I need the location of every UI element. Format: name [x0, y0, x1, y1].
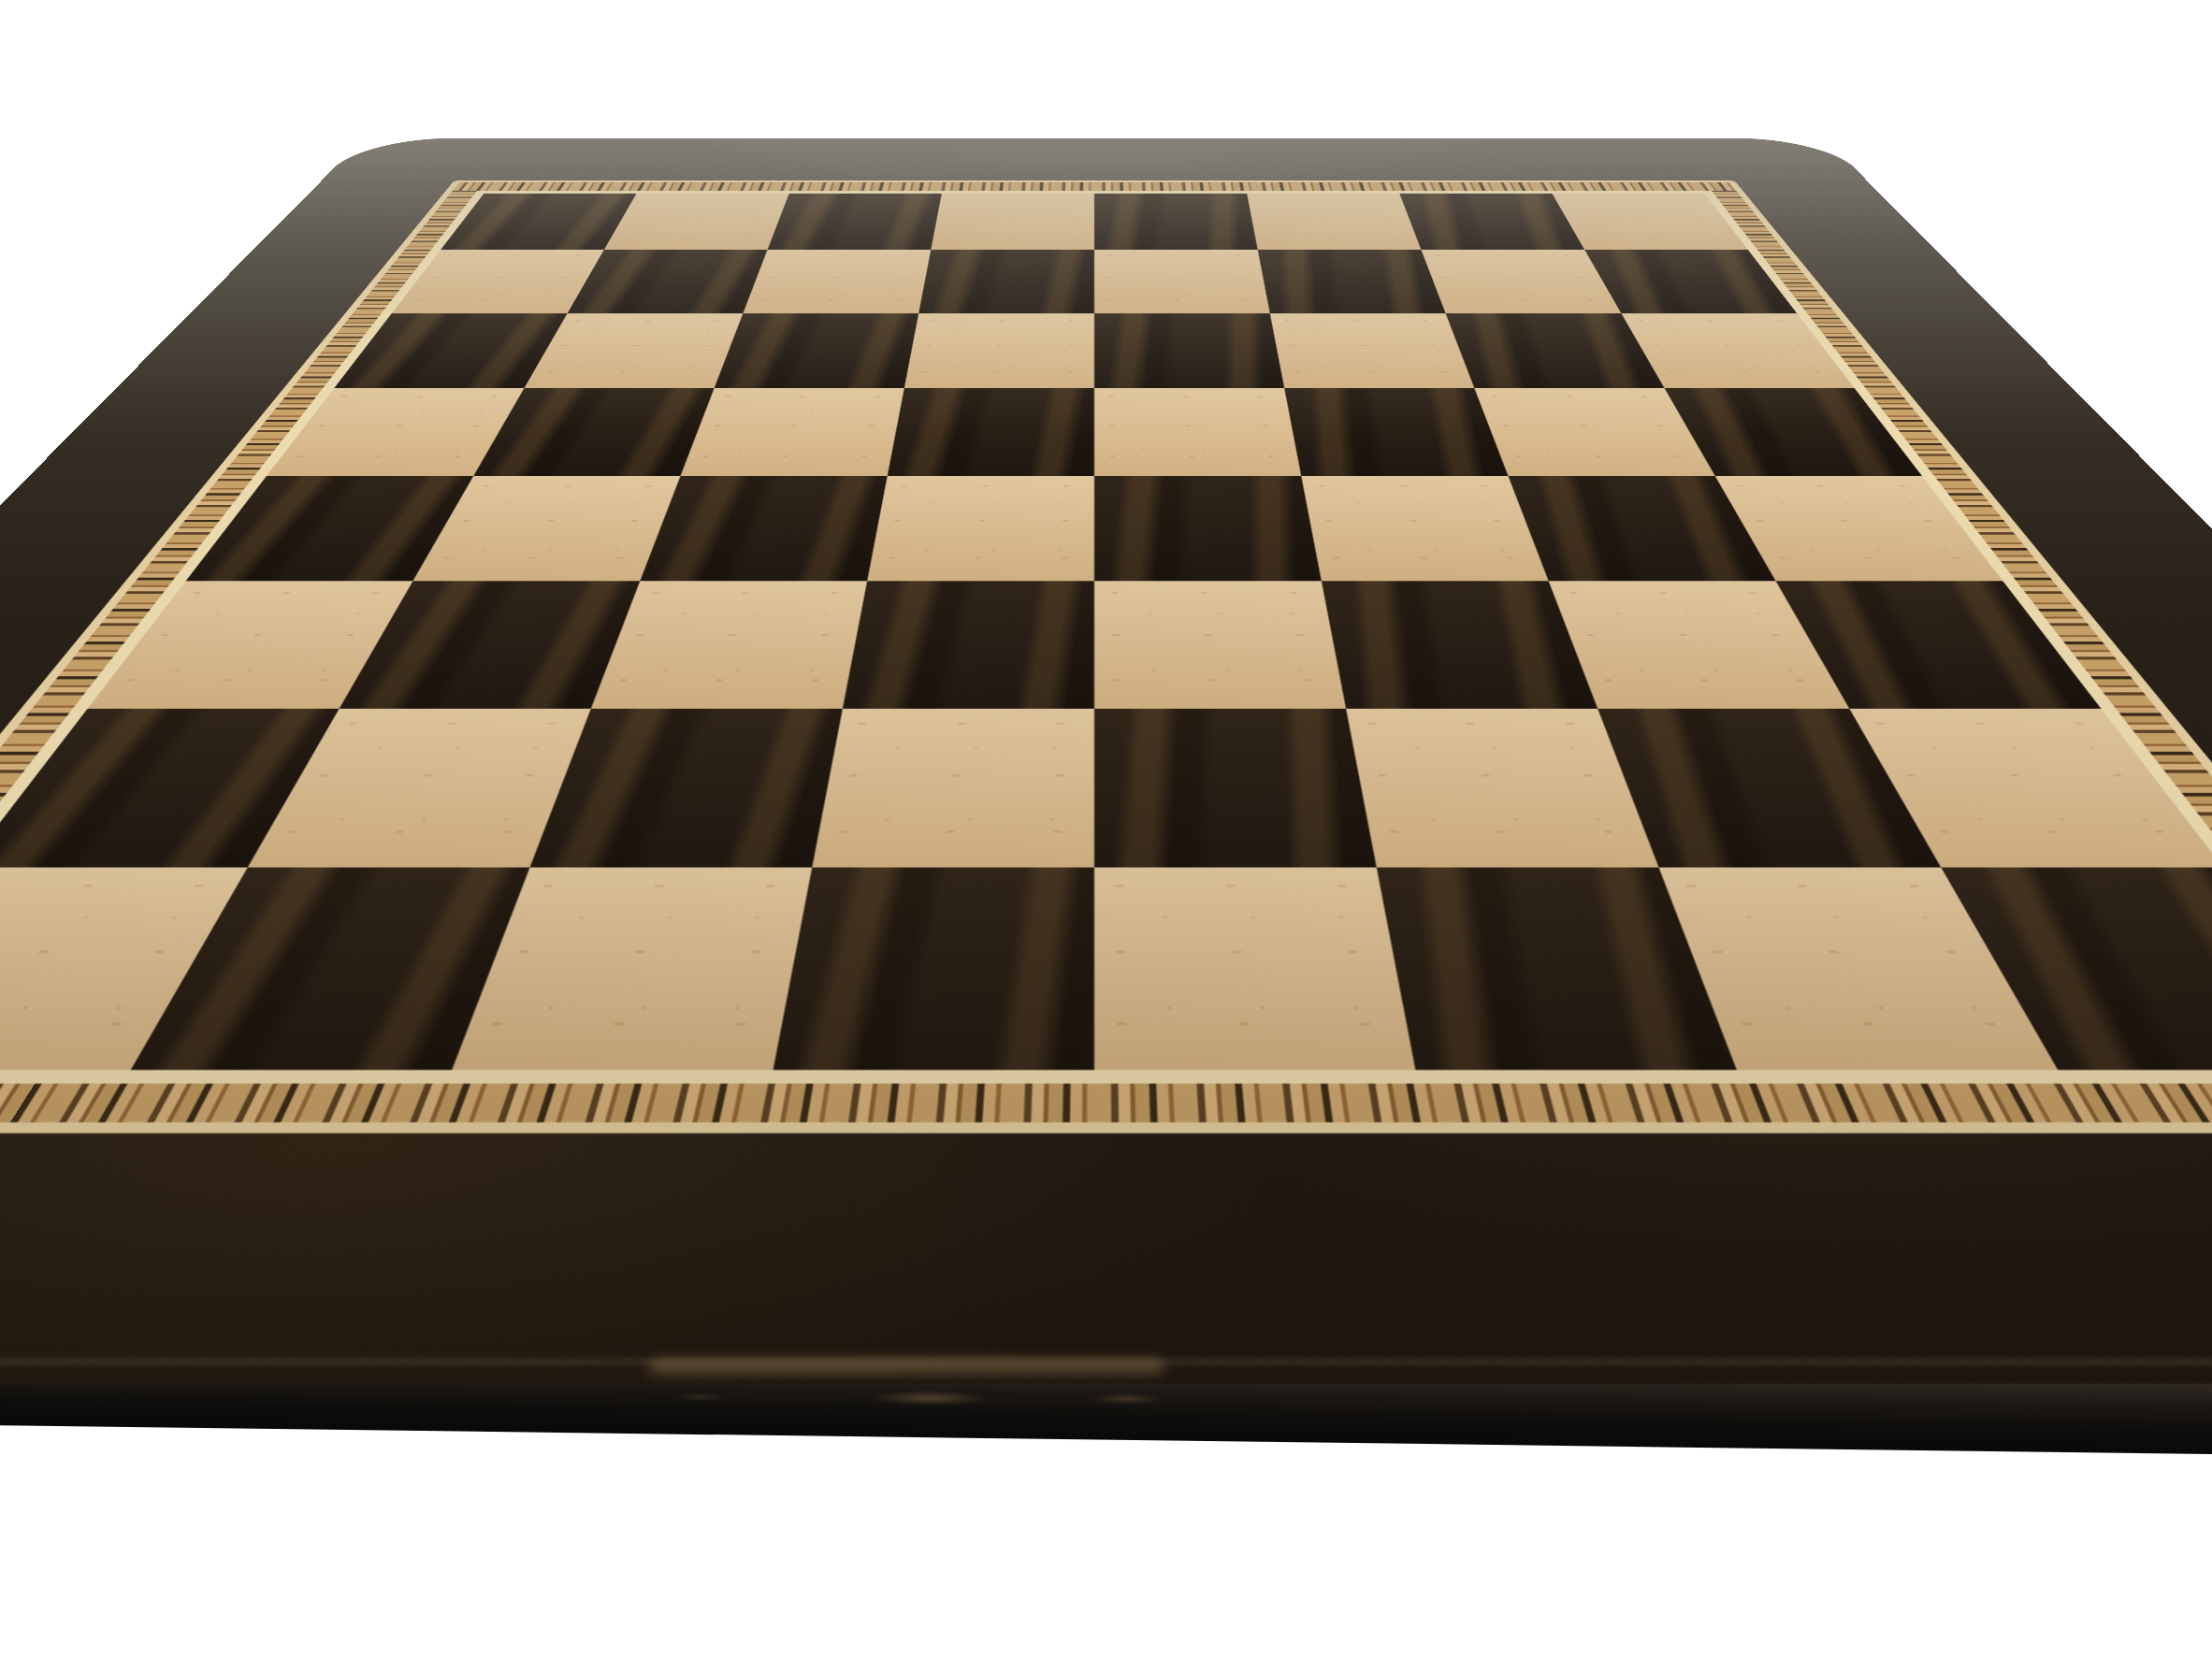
- square-r3-c3[interactable]: [888, 388, 1094, 476]
- square-r4-c3[interactable]: [867, 476, 1094, 581]
- square-r2-c3[interactable]: [904, 313, 1094, 388]
- square-r1-c2[interactable]: [743, 250, 931, 314]
- square-r1-c7[interactable]: [1584, 250, 1797, 314]
- square-r0-c0[interactable]: [441, 194, 636, 250]
- near-edge-scuff: [647, 1358, 1164, 1375]
- photo-stage: [0, 0, 2212, 1658]
- square-r0-c5[interactable]: [1247, 194, 1421, 250]
- square-r3-c4[interactable]: [1094, 388, 1301, 476]
- inlay-strip-bottom: [0, 1084, 2212, 1122]
- square-r2-c5[interactable]: [1270, 313, 1475, 388]
- board-squares-grid: [0, 194, 2212, 1070]
- square-r0-c3[interactable]: [931, 194, 1094, 250]
- square-r1-c3[interactable]: [918, 250, 1094, 314]
- square-r4-c2[interactable]: [640, 476, 887, 581]
- square-r6-c3[interactable]: [812, 709, 1094, 868]
- square-r1-c1[interactable]: [567, 250, 767, 314]
- zebrawood-inlay-border: [0, 182, 2212, 1122]
- square-r0-c7[interactable]: [1553, 194, 1748, 250]
- square-r3-c2[interactable]: [680, 388, 904, 476]
- square-r1-c4[interactable]: [1094, 250, 1270, 314]
- square-r7-c4[interactable]: [1094, 868, 1415, 1071]
- square-r4-c4[interactable]: [1094, 476, 1322, 581]
- square-r5-c3[interactable]: [843, 581, 1094, 709]
- square-r2-c2[interactable]: [715, 313, 919, 388]
- inner-maple-fillet: [0, 191, 2212, 1084]
- square-r5-c4[interactable]: [1094, 581, 1346, 709]
- square-r2-c4[interactable]: [1094, 313, 1284, 388]
- square-r4-c5[interactable]: [1301, 476, 1548, 581]
- square-r0-c1[interactable]: [604, 194, 789, 250]
- square-r5-c2[interactable]: [591, 581, 867, 709]
- square-r1-c5[interactable]: [1258, 250, 1446, 314]
- square-r7-c3[interactable]: [773, 868, 1094, 1071]
- square-r6-c4[interactable]: [1094, 709, 1377, 868]
- square-r0-c2[interactable]: [768, 194, 942, 250]
- inlay-strip-top: [453, 182, 1736, 191]
- chess-board: [0, 138, 2212, 1384]
- outer-maple-fillet: [0, 180, 2212, 1133]
- square-r3-c5[interactable]: [1284, 388, 1508, 476]
- square-r0-c4[interactable]: [1094, 194, 1258, 250]
